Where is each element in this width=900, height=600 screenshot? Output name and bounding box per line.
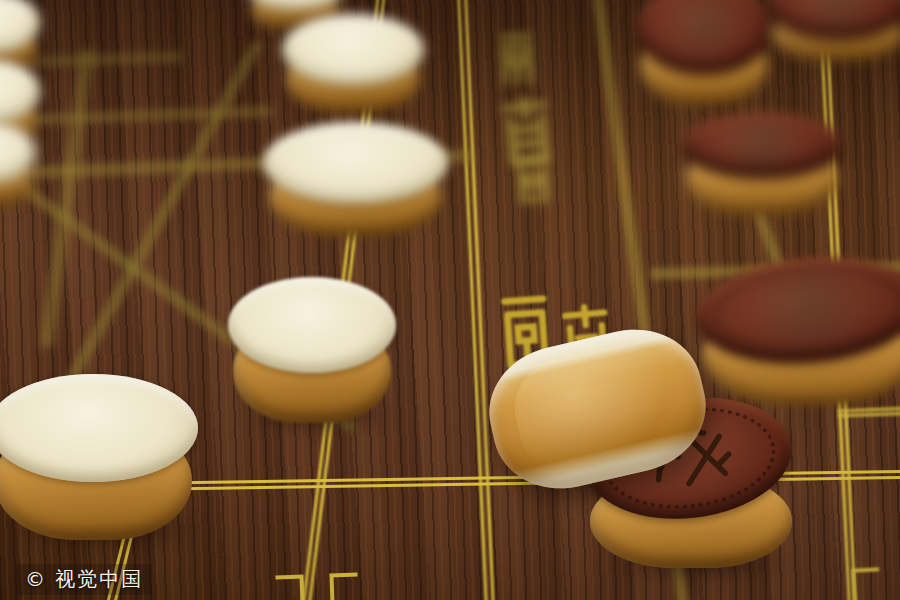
watermark-text: © 视觉中国 — [25, 567, 143, 591]
piece-ivory-blank-a — [282, 14, 424, 116]
carving-blur — [700, 120, 823, 170]
point-marker-left-bracket — [275, 575, 304, 600]
photo-canvas: © 视觉中国 — [0, 0, 900, 600]
river-inscription-glyph-3 — [483, 26, 550, 91]
piece-red-carved-p1 — [636, 0, 772, 108]
piece-ivory-blank-edge-3 — [0, 122, 36, 210]
piece-red-carved-p3 — [681, 112, 843, 218]
piece-top-face-carved — [681, 112, 843, 178]
point-marker-right-bracket — [329, 573, 358, 600]
piece-top-face — [282, 14, 424, 86]
piece-red-carved-p2 — [768, 0, 900, 63]
carving-blur — [652, 0, 755, 63]
piece-ivory-blank-b — [263, 122, 448, 238]
piece-top-face — [263, 122, 448, 204]
watermark: © 视觉中国 — [16, 564, 152, 595]
piece-top-face — [228, 277, 396, 373]
piece-red-carved-g — [696, 258, 900, 408]
point-marker-far-right — [851, 567, 881, 600]
piece-ivory-blank-c — [228, 277, 396, 425]
carving-blur — [785, 0, 891, 31]
river-inscription-glyph-5 — [498, 148, 568, 210]
piece-ivory-blank-d — [0, 374, 198, 542]
